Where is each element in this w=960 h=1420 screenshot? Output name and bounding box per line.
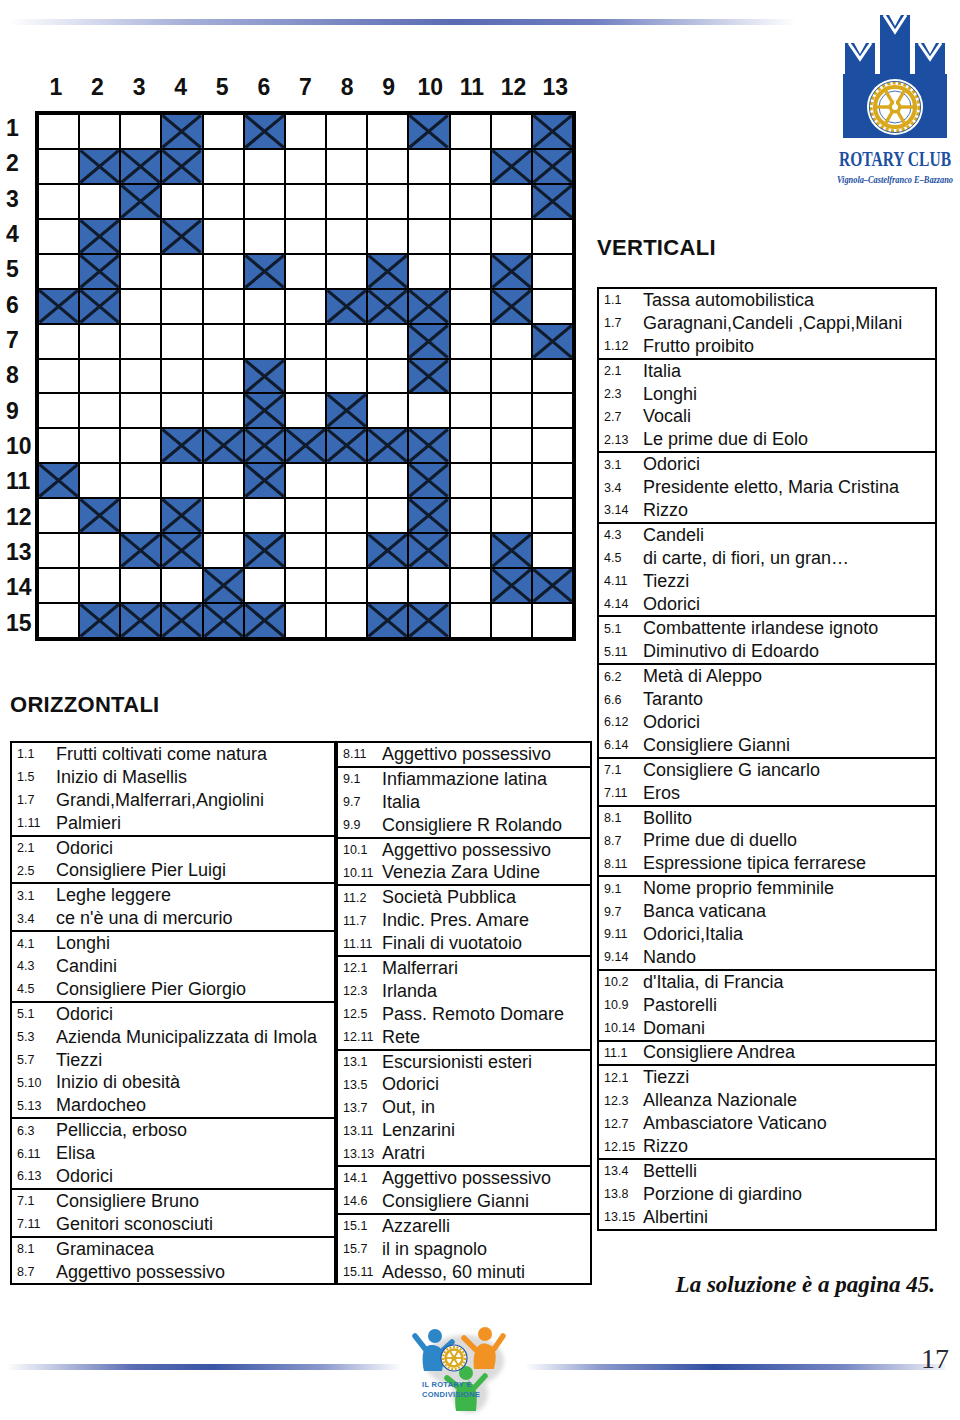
clue-row: 2.5Consigliere Pier Luigi (12, 859, 334, 882)
letter-cell[interactable] (80, 115, 119, 148)
letter-cell[interactable] (204, 220, 243, 253)
x-mark-icon (204, 429, 243, 462)
clue-text: Diminutivo di Edoardo (643, 641, 819, 662)
letter-cell[interactable] (245, 499, 284, 532)
letter-cell[interactable] (327, 255, 366, 288)
clue-row: 5.11Diminutivo di Edoardo (599, 640, 935, 663)
clue-group: 8.1Graminacea8.7Aggettivo possessivo (12, 1238, 334, 1284)
clue-row: 4.5Consigliere Pier Giorgio (12, 978, 334, 1001)
column-label: 6 (243, 74, 285, 101)
clue-number: 8.7 (599, 834, 643, 848)
clue-row: 9.1Infiammazione latina (338, 768, 590, 791)
clue-row: 1.11Palmieri (12, 812, 334, 835)
x-mark-icon (245, 360, 284, 393)
letter-cell[interactable] (162, 290, 201, 323)
clue-number: 4.1 (12, 937, 56, 951)
clue-text: Eros (643, 783, 680, 804)
clue-row: 11.7Indic. Pres. Amare (338, 909, 590, 932)
letter-cell[interactable] (492, 115, 531, 148)
letter-cell[interactable] (533, 255, 572, 288)
letter-cell[interactable] (451, 534, 490, 567)
letter-cell[interactable] (286, 464, 325, 497)
letter-cell[interactable] (327, 220, 366, 253)
clue-text: Inizio di Masellis (56, 767, 187, 788)
clue-text: Longhi (643, 384, 697, 405)
letter-cell[interactable] (80, 325, 119, 358)
letter-cell[interactable] (409, 185, 448, 218)
clue-group: 7.1Consigliere G iancarlo7.11Eros (599, 759, 935, 807)
letter-cell[interactable] (327, 360, 366, 393)
letter-cell[interactable] (245, 220, 284, 253)
x-mark-icon (245, 604, 284, 637)
letter-cell[interactable] (121, 290, 160, 323)
clue-text: Odorici (643, 594, 700, 615)
x-mark-icon (80, 150, 119, 183)
letter-cell[interactable] (162, 464, 201, 497)
blocked-cell (162, 534, 201, 567)
letter-cell[interactable] (286, 290, 325, 323)
clue-row: 6.2Metà di Aleppo (599, 665, 935, 688)
letter-cell[interactable] (286, 150, 325, 183)
clue-number: 12.3 (599, 1094, 643, 1108)
letter-cell[interactable] (121, 220, 160, 253)
letter-cell[interactable] (39, 255, 78, 288)
letter-cell[interactable] (162, 394, 201, 427)
clue-row: 15.11Adesso, 60 minuti (338, 1261, 590, 1284)
letter-cell[interactable] (162, 569, 201, 602)
column-label: 4 (160, 74, 202, 101)
clue-row: 4.5di carte, di fiori, un gran… (599, 547, 935, 570)
clue-row: 1.5Inizio di Masellis (12, 766, 334, 789)
letter-cell[interactable] (533, 534, 572, 567)
letter-cell[interactable] (368, 464, 407, 497)
blocked-cell (368, 604, 407, 637)
letter-cell[interactable] (451, 429, 490, 462)
clue-text: Banca vaticana (643, 901, 766, 922)
grid-column-labels: 12345678910111213 (35, 74, 576, 101)
clue-text: Genitori sconosciuti (56, 1214, 213, 1235)
letter-cell[interactable] (368, 150, 407, 183)
clue-row: 5.1Combattente irlandese ignoto (599, 617, 935, 640)
clue-row: 9.11Odorici,Italia (599, 923, 935, 946)
clue-number: 12.3 (338, 984, 382, 998)
clue-row: 14.6Consigliere Gianni (338, 1190, 590, 1213)
clue-number: 15.11 (338, 1265, 382, 1279)
x-mark-icon (409, 325, 448, 358)
letter-cell[interactable] (286, 534, 325, 567)
letter-cell[interactable] (451, 325, 490, 358)
letter-cell[interactable] (327, 464, 366, 497)
clue-row: 2.3Longhi (599, 383, 935, 406)
blocked-cell (245, 534, 284, 567)
letter-cell[interactable] (492, 464, 531, 497)
column-label: 5 (201, 74, 243, 101)
letter-cell[interactable] (533, 394, 572, 427)
x-mark-icon (533, 185, 572, 218)
clue-number: 6.2 (599, 670, 643, 684)
x-mark-icon (409, 499, 448, 532)
letter-cell[interactable] (204, 290, 243, 323)
clue-row: 3.1Leghe leggere (12, 884, 334, 907)
x-mark-icon (39, 464, 78, 497)
clue-number: 12.1 (338, 961, 382, 975)
clue-number: 13.11 (338, 1124, 382, 1138)
letter-cell[interactable] (492, 394, 531, 427)
letter-cell[interactable] (286, 569, 325, 602)
clue-row: 3.4ce n'è una di mercurio (12, 907, 334, 930)
clue-row: 13.15Albertini (599, 1206, 935, 1229)
blocked-cell (80, 255, 119, 288)
clue-text: d'Italia, di Francia (643, 972, 784, 993)
clue-text: Consigliere Pier Giorgio (56, 979, 246, 1000)
letter-cell[interactable] (533, 604, 572, 637)
clue-row: 8.7Aggettivo possessivo (12, 1261, 334, 1284)
clue-text: Consigliere Gianni (643, 735, 790, 756)
letter-cell[interactable] (451, 394, 490, 427)
letter-cell[interactable] (286, 360, 325, 393)
letter-cell[interactable] (204, 464, 243, 497)
x-mark-icon (80, 290, 119, 323)
letter-cell[interactable] (327, 569, 366, 602)
clue-group: 3.1Odorici3.4Presidente eletto, Maria Cr… (599, 453, 935, 524)
x-mark-icon (327, 429, 366, 462)
clue-number: 10.11 (338, 866, 382, 880)
x-mark-icon (245, 534, 284, 567)
letter-cell[interactable] (121, 325, 160, 358)
clue-number: 7.11 (12, 1217, 56, 1231)
letter-cell[interactable] (121, 429, 160, 462)
letter-cell[interactable] (245, 185, 284, 218)
row-label: 13 (6, 539, 34, 566)
clue-row: 13.8Porzione di giardino (599, 1183, 935, 1206)
clue-number: 2.1 (12, 841, 56, 855)
letter-cell[interactable] (245, 325, 284, 358)
letter-cell[interactable] (80, 429, 119, 462)
letter-cell[interactable] (39, 604, 78, 637)
letter-cell[interactable] (368, 220, 407, 253)
clue-group: 6.2Metà di Aleppo6.6Taranto6.12Odorici6.… (599, 665, 935, 759)
letter-cell[interactable] (39, 115, 78, 148)
letter-cell[interactable] (451, 464, 490, 497)
letter-cell[interactable] (368, 115, 407, 148)
x-mark-icon (533, 569, 572, 602)
clue-number: 4.5 (599, 551, 643, 565)
letter-cell[interactable] (121, 569, 160, 602)
clue-text: Odorici (643, 454, 700, 475)
letter-cell[interactable] (327, 325, 366, 358)
blocked-cell (409, 464, 448, 497)
clue-row: 4.3Candini (12, 955, 334, 978)
letter-cell[interactable] (451, 185, 490, 218)
letter-cell[interactable] (80, 394, 119, 427)
clue-row: 5.10Inizio di obesità (12, 1071, 334, 1094)
clue-text: Consigliere Andrea (643, 1042, 795, 1063)
clue-text: Pelliccia, erboso (56, 1120, 187, 1141)
clue-number: 5.1 (599, 622, 643, 636)
clue-row: 8.11Aggettivo possessivo (338, 743, 590, 766)
blocked-cell (409, 360, 448, 393)
letter-cell[interactable] (409, 255, 448, 288)
letter-cell[interactable] (245, 150, 284, 183)
letter-cell[interactable] (533, 464, 572, 497)
letter-cell[interactable] (204, 325, 243, 358)
clue-row: 1.1Frutti coltivati come natura (12, 743, 334, 766)
blocked-cell (39, 290, 78, 323)
clue-number: 11.11 (338, 937, 382, 951)
letter-cell[interactable] (409, 150, 448, 183)
clue-row: 1.7Grandi,Malferrari,Angiolini (12, 789, 334, 812)
clue-row: 4.14Odorici (599, 593, 935, 616)
letter-cell[interactable] (39, 569, 78, 602)
clue-row: 14.1Aggettivo possessivo (338, 1167, 590, 1190)
x-mark-icon (492, 290, 531, 323)
letter-cell[interactable] (286, 325, 325, 358)
clue-text: Longhi (56, 933, 110, 954)
letter-cell[interactable] (327, 185, 366, 218)
letter-cell[interactable] (492, 429, 531, 462)
letter-cell[interactable] (451, 569, 490, 602)
letter-cell[interactable] (204, 394, 243, 427)
letter-cell[interactable] (121, 394, 160, 427)
clue-row: 6.11Elisa (12, 1142, 334, 1165)
clue-row: 6.3Pelliccia, erboso (12, 1119, 334, 1142)
letter-cell[interactable] (327, 115, 366, 148)
clue-row: 12.1Malferrari (338, 957, 590, 980)
letter-cell[interactable] (162, 360, 201, 393)
letter-cell[interactable] (39, 220, 78, 253)
blocked-cell (409, 115, 448, 148)
column-label: 1 (35, 74, 77, 101)
letter-cell[interactable] (451, 360, 490, 393)
clue-row: 10.9Pastorelli (599, 994, 935, 1017)
clue-text: Consigliere Gianni (382, 1191, 529, 1212)
clue-text: Infiammazione latina (382, 769, 547, 790)
letter-cell[interactable] (368, 394, 407, 427)
blocked-cell (492, 534, 531, 567)
letter-cell[interactable] (492, 499, 531, 532)
rotary-condivisione-logo: IL ROTARY È CONDIVISIONE (402, 1323, 528, 1419)
letter-cell[interactable] (533, 429, 572, 462)
letter-cell[interactable] (162, 255, 201, 288)
letter-cell[interactable] (121, 499, 160, 532)
letter-cell[interactable] (121, 464, 160, 497)
letter-cell[interactable] (368, 499, 407, 532)
clue-group: 4.1Longhi4.3Candini4.5Consigliere Pier G… (12, 932, 334, 1003)
blocked-cell (80, 290, 119, 323)
clue-row: 9.1Nome proprio femminile (599, 877, 935, 900)
blocked-cell (492, 569, 531, 602)
letter-cell[interactable] (409, 220, 448, 253)
x-mark-icon (245, 464, 284, 497)
clue-row: 8.7Prime due di duello (599, 829, 935, 852)
letter-cell[interactable] (286, 185, 325, 218)
footer-logo-text-line2: CONDIVISIONE (422, 1390, 480, 1399)
clue-number: 7.1 (599, 763, 643, 777)
blocked-cell (162, 429, 201, 462)
letter-cell[interactable] (39, 534, 78, 567)
letter-cell[interactable] (39, 429, 78, 462)
letter-cell[interactable] (80, 360, 119, 393)
letter-cell[interactable] (245, 569, 284, 602)
clue-row: 7.1Consigliere G iancarlo (599, 759, 935, 782)
clue-text: Azienda Municipalizzata di Imola (56, 1027, 317, 1048)
blocked-cell (162, 220, 201, 253)
letter-cell[interactable] (39, 150, 78, 183)
row-label: 10 (6, 433, 34, 460)
letter-cell[interactable] (327, 604, 366, 637)
blocked-cell (162, 115, 201, 148)
letter-cell[interactable] (533, 499, 572, 532)
letter-cell[interactable] (492, 185, 531, 218)
clue-row: 5.3Azienda Municipalizzata di Imola (12, 1026, 334, 1049)
verticali-clues: 1.1Tassa automobilistica1.7Garagnani,Can… (597, 287, 937, 1231)
letter-cell[interactable] (451, 220, 490, 253)
letter-cell[interactable] (121, 255, 160, 288)
letter-cell[interactable] (204, 115, 243, 148)
letter-cell[interactable] (368, 325, 407, 358)
letter-cell[interactable] (39, 185, 78, 218)
clue-text: il in spagnolo (382, 1239, 487, 1260)
clue-number: 9.1 (599, 882, 643, 896)
letter-cell[interactable] (492, 220, 531, 253)
letter-cell[interactable] (162, 185, 201, 218)
letter-cell[interactable] (121, 360, 160, 393)
clue-text: Nando (643, 947, 696, 968)
letter-cell[interactable] (204, 499, 243, 532)
letter-cell[interactable] (39, 360, 78, 393)
letter-cell[interactable] (451, 604, 490, 637)
letter-cell[interactable] (368, 360, 407, 393)
clue-row: 3.4Presidente eletto, Maria Cristina (599, 476, 935, 499)
clue-number: 13.8 (599, 1187, 643, 1201)
x-mark-icon (80, 220, 119, 253)
clue-number: 1.12 (599, 339, 643, 353)
clue-row: 7.11Genitori sconosciuti (12, 1213, 334, 1236)
blocked-cell (162, 499, 201, 532)
letter-cell[interactable] (80, 464, 119, 497)
letter-cell[interactable] (80, 185, 119, 218)
letter-cell[interactable] (162, 325, 201, 358)
letter-cell[interactable] (451, 115, 490, 148)
letter-cell[interactable] (492, 604, 531, 637)
letter-cell[interactable] (368, 569, 407, 602)
clue-row: 5.1Odorici (12, 1003, 334, 1026)
x-mark-icon (162, 429, 201, 462)
clue-text: Indic. Pres. Amare (382, 910, 529, 931)
letter-cell[interactable] (286, 220, 325, 253)
clue-row: 2.7Vocali (599, 405, 935, 428)
letter-cell[interactable] (451, 499, 490, 532)
letter-cell[interactable] (409, 569, 448, 602)
clue-group: 7.1Consigliere Bruno7.11Genitori sconosc… (12, 1190, 334, 1238)
letter-cell[interactable] (245, 290, 284, 323)
letter-cell[interactable] (286, 499, 325, 532)
letter-cell[interactable] (80, 569, 119, 602)
x-mark-icon (368, 255, 407, 288)
letter-cell[interactable] (204, 534, 243, 567)
letter-cell[interactable] (327, 150, 366, 183)
letter-cell[interactable] (204, 150, 243, 183)
letter-cell[interactable] (286, 394, 325, 427)
clue-number: 13.7 (338, 1101, 382, 1115)
letter-cell[interactable] (327, 534, 366, 567)
clue-group: 11.1Consigliere Andrea (599, 1042, 935, 1067)
letter-cell[interactable] (327, 499, 366, 532)
clue-number: 5.10 (12, 1076, 56, 1090)
clue-text: Irlanda (382, 981, 437, 1002)
column-label: 12 (493, 74, 535, 101)
clue-number: 5.1 (12, 1007, 56, 1021)
letter-cell[interactable] (39, 325, 78, 358)
clue-text: Odorici (56, 1004, 113, 1025)
clue-number: 3.1 (12, 889, 56, 903)
clue-row: 13.13Aratri (338, 1142, 590, 1165)
clue-group: 8.1Bollito8.7Prime due di duello8.11Espr… (599, 807, 935, 878)
letter-cell[interactable] (286, 115, 325, 148)
clue-text: Leghe leggere (56, 885, 171, 906)
clue-text: Pastorelli (643, 995, 717, 1016)
letter-cell[interactable] (39, 394, 78, 427)
clue-number: 1.11 (12, 816, 56, 830)
row-label: 1 (6, 115, 34, 142)
letter-cell[interactable] (409, 394, 448, 427)
blocked-cell (204, 604, 243, 637)
clue-number: 6.6 (599, 693, 643, 707)
letter-cell[interactable] (286, 604, 325, 637)
clue-number: 10.1 (338, 843, 382, 857)
clue-group: 6.3Pelliccia, erboso6.11Elisa6.13Odorici (12, 1119, 334, 1190)
clue-number: 12.7 (599, 1117, 643, 1131)
clue-number: 6.14 (599, 738, 643, 752)
column-label: 8 (326, 74, 368, 101)
letter-cell[interactable] (204, 255, 243, 288)
letter-cell[interactable] (533, 360, 572, 393)
clue-number: 8.7 (12, 1265, 56, 1279)
clue-text: Porzione di giardino (643, 1184, 802, 1205)
solution-note: La soluzione è a pagina 45. (676, 1272, 935, 1298)
x-mark-icon (409, 115, 448, 148)
letter-cell[interactable] (451, 255, 490, 288)
letter-cell[interactable] (492, 360, 531, 393)
clue-number: 7.1 (12, 1194, 56, 1208)
letter-cell[interactable] (121, 115, 160, 148)
row-label: 4 (6, 221, 34, 248)
letter-cell[interactable] (204, 185, 243, 218)
letter-cell[interactable] (451, 150, 490, 183)
letter-cell[interactable] (286, 255, 325, 288)
clue-text: Mardocheo (56, 1095, 146, 1116)
row-label: 6 (6, 292, 34, 319)
row-label: 8 (6, 362, 34, 389)
clue-group: 1.1Tassa automobilistica1.7Garagnani,Can… (599, 289, 935, 360)
letter-cell[interactable] (533, 290, 572, 323)
letter-cell[interactable] (39, 499, 78, 532)
clue-row: 4.11Tiezzi (599, 570, 935, 593)
letter-cell[interactable] (368, 185, 407, 218)
x-mark-icon (327, 394, 366, 427)
letter-cell[interactable] (204, 360, 243, 393)
letter-cell[interactable] (80, 534, 119, 567)
letter-cell[interactable] (451, 290, 490, 323)
letter-cell[interactable] (533, 220, 572, 253)
clue-group: 11.2Società Pubblica11.7Indic. Pres. Ama… (338, 886, 590, 957)
clue-row: 8.1Graminacea (12, 1238, 334, 1261)
blocked-cell (409, 290, 448, 323)
letter-cell[interactable] (492, 325, 531, 358)
clue-text: Malferrari (382, 958, 458, 979)
clue-group: 5.1Odorici5.3Azienda Municipalizzata di … (12, 1003, 334, 1119)
x-mark-icon (121, 150, 160, 183)
